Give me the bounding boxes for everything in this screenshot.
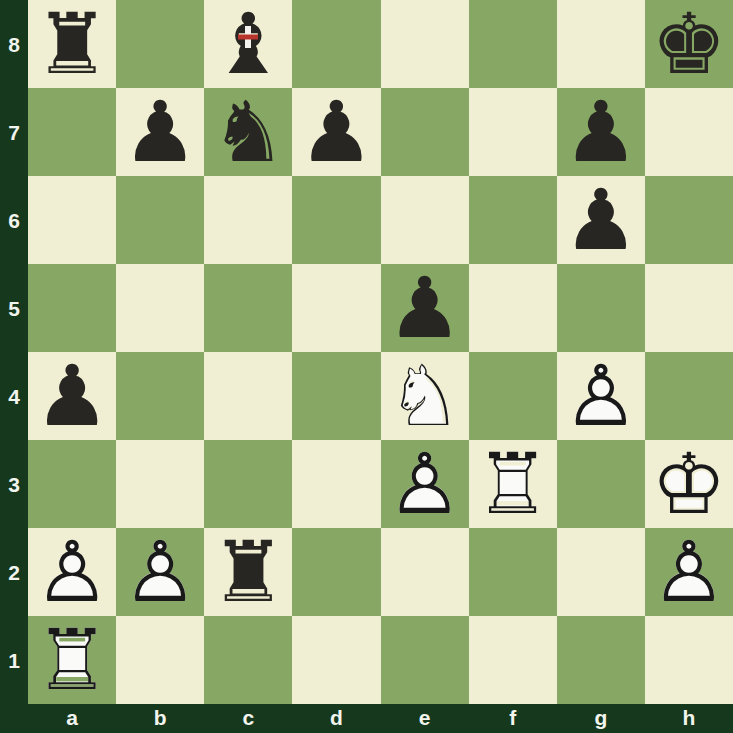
white-pawn[interactable]: ♟♙ [557, 352, 645, 440]
white-king[interactable]: ♚♔ [645, 440, 733, 528]
white-rook-glyph: ♜ [28, 616, 116, 704]
white-pawn-glyph: ♟ [381, 440, 469, 528]
square-a3[interactable] [28, 440, 116, 528]
square-g8[interactable] [557, 0, 645, 88]
square-d3[interactable] [292, 440, 380, 528]
square-h4[interactable] [645, 352, 733, 440]
square-b8[interactable] [116, 0, 204, 88]
black-pawn-glyph: ♟ [381, 264, 469, 352]
black-bishop[interactable]: ♝ [204, 0, 292, 88]
black-pawn[interactable]: ♟ [557, 176, 645, 264]
square-a8[interactable]: ♜ [28, 0, 116, 88]
square-c3[interactable] [204, 440, 292, 528]
file-label-d: d [292, 704, 380, 733]
square-a1[interactable]: ♜♖ [28, 616, 116, 704]
white-knight[interactable]: ♞♘ [381, 352, 469, 440]
square-g1[interactable] [557, 616, 645, 704]
square-h2[interactable]: ♟♙ [645, 528, 733, 616]
white-pawn-outline: ♙ [116, 528, 204, 616]
square-a7[interactable] [28, 88, 116, 176]
square-b2[interactable]: ♟♙ [116, 528, 204, 616]
black-knight-glyph: ♞ [204, 88, 292, 176]
square-h5[interactable] [645, 264, 733, 352]
black-king[interactable]: ♚ [645, 0, 733, 88]
chessboard-frame: 87654321 ♜♝♚♟♞♟♟♟♟♟♞♘♟♙♟♙♜♖♚♔♟♙♟♙♜♟♙♜♖ a… [0, 0, 733, 733]
white-king-glyph: ♚ [645, 440, 733, 528]
black-pawn[interactable]: ♟ [557, 88, 645, 176]
square-g5[interactable] [557, 264, 645, 352]
square-g2[interactable] [557, 528, 645, 616]
square-d6[interactable] [292, 176, 380, 264]
rank-labels: 87654321 [0, 0, 28, 704]
square-h3[interactable]: ♚♔ [645, 440, 733, 528]
square-d8[interactable] [292, 0, 380, 88]
square-c6[interactable] [204, 176, 292, 264]
rank-label-8: 8 [0, 0, 28, 88]
square-c5[interactable] [204, 264, 292, 352]
square-c4[interactable] [204, 352, 292, 440]
white-knight-outline: ♘ [381, 352, 469, 440]
black-pawn-glyph: ♟ [557, 88, 645, 176]
black-bishop-glyph: ♝ [204, 0, 292, 88]
rank-label-5: 5 [0, 264, 28, 352]
square-g3[interactable] [557, 440, 645, 528]
square-f3[interactable]: ♜♖ [469, 440, 557, 528]
black-rook[interactable]: ♜ [28, 0, 116, 88]
rank-label-4: 4 [0, 352, 28, 440]
square-e8[interactable] [381, 0, 469, 88]
square-a4[interactable]: ♟ [28, 352, 116, 440]
square-f2[interactable] [469, 528, 557, 616]
square-a5[interactable] [28, 264, 116, 352]
square-f7[interactable] [469, 88, 557, 176]
rank-label-2: 2 [0, 528, 28, 616]
white-pawn[interactable]: ♟♙ [381, 440, 469, 528]
square-f5[interactable] [469, 264, 557, 352]
black-rook[interactable]: ♜ [204, 528, 292, 616]
white-rook[interactable]: ♜♖ [469, 440, 557, 528]
square-a2[interactable]: ♟♙ [28, 528, 116, 616]
square-g6[interactable]: ♟ [557, 176, 645, 264]
file-label-a: a [28, 704, 116, 733]
bishop-cross-icon [237, 26, 259, 48]
white-knight-glyph: ♞ [381, 352, 469, 440]
square-e5[interactable]: ♟ [381, 264, 469, 352]
white-pawn-outline: ♙ [28, 528, 116, 616]
black-pawn[interactable]: ♟ [292, 88, 380, 176]
white-pawn-glyph: ♟ [645, 528, 733, 616]
square-b4[interactable] [116, 352, 204, 440]
square-g7[interactable]: ♟ [557, 88, 645, 176]
white-pawn-outline: ♙ [381, 440, 469, 528]
rank-label-7: 7 [0, 88, 28, 176]
square-c1[interactable] [204, 616, 292, 704]
square-b1[interactable] [116, 616, 204, 704]
square-f6[interactable] [469, 176, 557, 264]
rank-label-1: 1 [0, 616, 28, 704]
square-e3[interactable]: ♟♙ [381, 440, 469, 528]
black-knight[interactable]: ♞ [204, 88, 292, 176]
white-pawn[interactable]: ♟♙ [116, 528, 204, 616]
white-rook-outline: ♖ [28, 616, 116, 704]
white-pawn-glyph: ♟ [116, 528, 204, 616]
file-label-b: b [116, 704, 204, 733]
square-d7[interactable]: ♟ [292, 88, 380, 176]
square-b5[interactable] [116, 264, 204, 352]
white-pawn-glyph: ♟ [557, 352, 645, 440]
rank-label-3: 3 [0, 440, 28, 528]
square-e6[interactable] [381, 176, 469, 264]
file-label-g: g [557, 704, 645, 733]
square-c2[interactable]: ♜ [204, 528, 292, 616]
square-b6[interactable] [116, 176, 204, 264]
square-b7[interactable]: ♟ [116, 88, 204, 176]
square-g4[interactable]: ♟♙ [557, 352, 645, 440]
square-h1[interactable] [645, 616, 733, 704]
white-rook-glyph: ♜ [469, 440, 557, 528]
white-pawn[interactable]: ♟♙ [28, 528, 116, 616]
square-h8[interactable]: ♚ [645, 0, 733, 88]
black-king-glyph: ♚ [645, 0, 733, 88]
square-f8[interactable] [469, 0, 557, 88]
square-e1[interactable] [381, 616, 469, 704]
square-f1[interactable] [469, 616, 557, 704]
white-rook[interactable]: ♜♖ [28, 616, 116, 704]
square-h6[interactable] [645, 176, 733, 264]
square-f4[interactable] [469, 352, 557, 440]
square-h7[interactable] [645, 88, 733, 176]
white-pawn-glyph: ♟ [28, 528, 116, 616]
black-pawn[interactable]: ♟ [116, 88, 204, 176]
square-d2[interactable] [292, 528, 380, 616]
black-rook-glyph: ♜ [28, 0, 116, 88]
file-label-h: h [645, 704, 733, 733]
file-labels: abcdefgh [28, 704, 733, 733]
square-c7[interactable]: ♞ [204, 88, 292, 176]
white-pawn-outline: ♙ [557, 352, 645, 440]
square-e4[interactable]: ♞♘ [381, 352, 469, 440]
square-d1[interactable] [292, 616, 380, 704]
file-label-c: c [204, 704, 292, 733]
black-pawn-glyph: ♟ [557, 176, 645, 264]
square-e7[interactable] [381, 88, 469, 176]
square-a6[interactable] [28, 176, 116, 264]
square-d4[interactable] [292, 352, 380, 440]
black-pawn-glyph: ♟ [28, 352, 116, 440]
white-king-outline: ♔ [645, 440, 733, 528]
white-rook-outline: ♖ [469, 440, 557, 528]
rank-label-6: 6 [0, 176, 28, 264]
white-pawn[interactable]: ♟♙ [645, 528, 733, 616]
black-pawn[interactable]: ♟ [28, 352, 116, 440]
white-pawn-outline: ♙ [645, 528, 733, 616]
square-e2[interactable] [381, 528, 469, 616]
file-label-f: f [469, 704, 557, 733]
black-pawn-glyph: ♟ [116, 88, 204, 176]
black-pawn-glyph: ♟ [292, 88, 380, 176]
square-b3[interactable] [116, 440, 204, 528]
square-c8[interactable]: ♝ [204, 0, 292, 88]
square-d5[interactable] [292, 264, 380, 352]
chessboard[interactable]: ♜♝♚♟♞♟♟♟♟♟♞♘♟♙♟♙♜♖♚♔♟♙♟♙♜♟♙♜♖ [28, 0, 733, 704]
file-label-e: e [381, 704, 469, 733]
black-rook-glyph: ♜ [204, 528, 292, 616]
black-pawn[interactable]: ♟ [381, 264, 469, 352]
